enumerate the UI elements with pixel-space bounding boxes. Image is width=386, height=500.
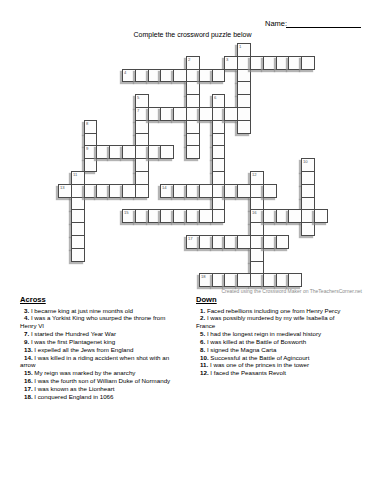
cell-r18c17[interactable] <box>276 273 290 287</box>
down-clue-5: 5. I had the longest reign in medieval h… <box>196 330 384 338</box>
cell-number-8: 8 <box>86 121 88 125</box>
cell-r8c7[interactable] <box>148 145 162 159</box>
cell-r1c18[interactable] <box>288 56 302 70</box>
clue-number: 18. <box>24 393 33 400</box>
clue-number: 16. <box>24 377 33 384</box>
clue-line: 9. I was the first Plantagenet king <box>20 338 212 346</box>
cell-r11c3[interactable] <box>96 184 110 198</box>
cell-r3c14[interactable] <box>237 81 251 95</box>
cell-r10c1[interactable]: 11 <box>71 171 85 185</box>
cell-r8c5[interactable] <box>122 145 136 159</box>
cell-r11c13[interactable] <box>224 184 238 198</box>
clue-line: 18. I conquered England in 1066 <box>20 393 212 401</box>
cell-number-12: 12 <box>252 172 257 176</box>
clue-number: 7. <box>24 330 29 337</box>
cell-r17c15[interactable] <box>250 261 264 275</box>
clue-line: 11. I was one of the princes in the towe… <box>196 361 384 369</box>
cell-r16c15[interactable] <box>250 248 264 262</box>
cell-number-18: 18 <box>201 274 206 278</box>
down-clue-10: 10. Successful at the Battle of Agincour… <box>196 354 384 362</box>
across-clue-18: 18. I conquered England in 1066 <box>20 393 212 401</box>
cell-r10c12[interactable] <box>212 171 226 185</box>
cell-r6c10[interactable] <box>186 120 200 134</box>
cell-r14c15[interactable] <box>250 222 264 236</box>
cell-r5c10[interactable] <box>186 107 200 121</box>
cell-r6c6[interactable] <box>135 120 149 134</box>
cell-number-9: 9 <box>86 146 88 150</box>
cell-r11c14[interactable] <box>237 184 251 198</box>
cell-r13c18[interactable] <box>288 209 302 223</box>
down-clue-6: 6. I was killed at the Battle of Boswort… <box>196 338 384 346</box>
cell-r2c8[interactable] <box>160 69 174 83</box>
cell-r13c20[interactable] <box>314 209 328 223</box>
cell-r15c1[interactable] <box>71 235 85 249</box>
clue-number: 9. <box>24 338 29 345</box>
across-clues-section: Across 3. I became king at just nine mon… <box>20 295 212 401</box>
clue-number: 5. <box>200 330 205 337</box>
clue-line: 5. I had the longest reign in medieval h… <box>196 330 384 338</box>
cell-r15c13[interactable] <box>224 235 238 249</box>
cell-r12c15[interactable] <box>250 197 264 211</box>
clue-line: 1. Faced rebellions including one from H… <box>196 307 384 315</box>
clue-number: 4. <box>24 314 29 321</box>
cell-r13c5[interactable]: 15 <box>122 209 136 223</box>
across-heading: Across <box>20 295 212 304</box>
cell-r8c8[interactable] <box>160 145 174 159</box>
cell-r11c4[interactable] <box>109 184 123 198</box>
cell-r9c12[interactable] <box>212 158 226 172</box>
down-clue-11: 11. I was one of the princes in the towe… <box>196 361 384 369</box>
clue-line: France <box>196 322 384 330</box>
cell-r8c3[interactable] <box>96 145 110 159</box>
down-clue-list: 1. Faced rebellions including one from H… <box>196 307 384 378</box>
clue-line: 4. I was a Yorkist King who usurped the … <box>20 314 212 322</box>
clue-number: 8. <box>200 346 205 353</box>
cell-r1c15[interactable] <box>250 56 264 70</box>
clue-line: 8. I signed the Magna Carta <box>196 346 384 354</box>
cell-r15c12[interactable] <box>212 235 226 249</box>
cell-r6c12[interactable] <box>212 120 226 134</box>
cell-r13c15[interactable]: 16 <box>250 209 264 223</box>
cell-r0c14[interactable]: 1 <box>237 43 251 57</box>
cell-r6c14[interactable] <box>237 120 251 134</box>
cell-r15c15[interactable] <box>250 235 264 249</box>
clue-line: 6. I was killed at the Battle of Boswort… <box>196 338 384 346</box>
cell-r2c11[interactable] <box>199 69 213 83</box>
down-clue-12: 12. I faced the Peasants Revolt <box>196 369 384 377</box>
clue-line: 3. I became king at just nine months old <box>20 307 212 315</box>
cell-r13c16[interactable] <box>263 209 277 223</box>
cell-r1c13[interactable]: 3 <box>224 56 238 70</box>
across-clue-16: 16. I was the fourth son of William Duke… <box>20 377 212 385</box>
clue-number: 11. <box>200 361 208 368</box>
down-clue-1: 1. Faced rebellions including one from H… <box>196 307 384 315</box>
cell-r13c10[interactable] <box>186 209 200 223</box>
cell-r14c19[interactable] <box>301 222 315 236</box>
cell-r1c10[interactable]: 2 <box>186 56 200 70</box>
cell-r10c19[interactable] <box>301 171 315 185</box>
clue-number: 2. <box>200 314 205 321</box>
clue-number: 10. <box>200 354 209 361</box>
cell-r15c11[interactable] <box>199 235 213 249</box>
name-label: Name: <box>265 19 287 28</box>
cell-r18c11[interactable]: 18 <box>199 273 213 287</box>
cell-r2c6[interactable] <box>135 69 149 83</box>
cell-number-13: 13 <box>60 185 65 189</box>
cell-r11c2[interactable] <box>84 184 98 198</box>
page-title: Complete the crossword puzzle below <box>58 31 327 38</box>
down-clue-8: 8. I signed the Magna Carta <box>196 346 384 354</box>
cell-r5c8[interactable] <box>160 107 174 121</box>
cell-r2c14[interactable] <box>237 69 251 83</box>
cell-r8c10[interactable] <box>186 145 200 159</box>
clue-number: 1. <box>200 307 205 314</box>
clue-line: 2. I was possibly murdered by my wife Is… <box>196 314 384 322</box>
cell-r1c17[interactable] <box>276 56 290 70</box>
clue-number: 6. <box>200 338 205 345</box>
across-clue-14: 14. I was killed in a riding accident wh… <box>20 354 212 370</box>
across-clue-list: 3. I became king at just nine months old… <box>20 307 212 401</box>
cell-r12c12[interactable] <box>212 197 226 211</box>
cell-r11c1[interactable] <box>71 184 85 198</box>
cell-r8c12[interactable] <box>212 145 226 159</box>
cell-number-6: 6 <box>214 95 216 99</box>
clue-line: 12. I faced the Peasants Revolt <box>196 369 384 377</box>
cell-r11c5[interactable] <box>122 184 136 198</box>
clue-line: 15. My reign was marked by the anarchy <box>20 369 212 377</box>
cell-r13c17[interactable] <box>276 209 290 223</box>
cell-r18c13[interactable] <box>224 273 238 287</box>
cell-number-1: 1 <box>239 44 241 48</box>
cell-r2c9[interactable] <box>173 69 187 83</box>
cell-r1c14[interactable] <box>237 56 251 70</box>
cell-r13c9[interactable] <box>173 209 187 223</box>
cell-r13c8[interactable] <box>160 209 174 223</box>
cell-r15c17[interactable] <box>276 235 290 249</box>
cell-r7c6[interactable] <box>135 133 149 147</box>
cell-r13c12[interactable] <box>212 209 226 223</box>
cell-r5c13[interactable] <box>224 107 238 121</box>
down-clue-2: 2. I was possibly murdered by my wife Is… <box>196 314 384 330</box>
cell-r4c12[interactable]: 6 <box>212 94 226 108</box>
cell-number-15: 15 <box>124 210 129 214</box>
cell-r5c12[interactable] <box>212 107 226 121</box>
cell-r11c11[interactable] <box>199 184 213 198</box>
name-input-line[interactable] <box>286 27 361 28</box>
cell-r13c11[interactable] <box>199 209 213 223</box>
cell-number-17: 17 <box>188 236 193 240</box>
cell-r16c1[interactable] <box>71 248 85 262</box>
cell-number-4: 4 <box>124 70 126 74</box>
worksheet-page: Name: Complete the crossword puzzle belo… <box>0 0 386 500</box>
clue-line: 17. I was known as the Lionheart <box>20 385 212 393</box>
cell-r4c10[interactable] <box>186 94 200 108</box>
cell-r18c16[interactable] <box>263 273 277 287</box>
cell-r4c14[interactable] <box>237 94 251 108</box>
cell-r12c1[interactable] <box>71 197 85 211</box>
cell-r11c19[interactable] <box>301 184 315 198</box>
cell-r2c5[interactable]: 4 <box>122 69 136 83</box>
clue-line: arrow <box>20 361 212 369</box>
clue-line: Henry VI <box>20 322 212 330</box>
cell-r4c6[interactable]: 5 <box>135 94 149 108</box>
cell-r11c6[interactable] <box>135 184 149 198</box>
cell-r13c7[interactable] <box>148 209 162 223</box>
across-clue-3: 3. I became king at just nine months old <box>20 307 212 315</box>
across-clue-17: 17. I was known as the Lionheart <box>20 385 212 393</box>
cell-r7c10[interactable] <box>186 133 200 147</box>
clue-number: 12. <box>200 369 209 376</box>
clue-number: 13. <box>24 346 33 353</box>
cell-r11c8[interactable]: 14 <box>160 184 174 198</box>
cell-r11c12[interactable] <box>212 184 226 198</box>
across-clue-9: 9. I was the first Plantagenet king <box>20 338 212 346</box>
cell-r9c6[interactable] <box>135 158 149 172</box>
cell-number-14: 14 <box>162 185 167 189</box>
attribution-text: Created using the Crossword Maker on The… <box>160 288 362 294</box>
cell-r18c14[interactable] <box>237 273 251 287</box>
cell-r5c6[interactable]: 7 <box>135 107 149 121</box>
cell-number-7: 7 <box>137 108 139 112</box>
cell-number-10: 10 <box>303 159 308 163</box>
crossword-grid: 123457689101112161314151718 <box>58 43 328 288</box>
cell-r2c12[interactable] <box>212 69 226 83</box>
cell-r11c10[interactable] <box>186 184 200 198</box>
cell-r18c12[interactable] <box>212 273 226 287</box>
cell-r15c14[interactable] <box>237 235 251 249</box>
cell-r7c2[interactable] <box>84 133 98 147</box>
cell-r15c16[interactable] <box>263 235 277 249</box>
cell-number-2: 2 <box>188 57 190 61</box>
cell-r11c15[interactable] <box>250 184 264 198</box>
cell-r11c0[interactable]: 13 <box>58 184 72 198</box>
across-clue-15: 15. My reign was marked by the anarchy <box>20 369 212 377</box>
clue-number: 3. <box>24 307 29 314</box>
across-clue-7: 7. I started the Hundred Year War <box>20 330 212 338</box>
across-clue-13: 13. I expelled all the Jews from England <box>20 346 212 354</box>
clue-line: 7. I started the Hundred Year War <box>20 330 212 338</box>
cell-number-16: 16 <box>252 210 257 214</box>
cell-r14c1[interactable] <box>71 222 85 236</box>
cell-number-5: 5 <box>137 95 139 99</box>
cell-r8c4[interactable] <box>109 145 123 159</box>
cell-r1c16[interactable] <box>263 56 277 70</box>
cell-r13c19[interactable] <box>301 209 315 223</box>
cell-r12c19[interactable] <box>301 197 315 211</box>
down-heading: Down <box>196 295 384 304</box>
cell-r8c6[interactable] <box>135 145 149 159</box>
across-clue-4: 4. I was a Yorkist King who usurped the … <box>20 314 212 330</box>
cell-r1c19[interactable] <box>301 56 315 70</box>
clue-number: 14. <box>24 354 33 361</box>
cell-r11c9[interactable] <box>173 184 187 198</box>
cell-r7c12[interactable] <box>212 133 226 147</box>
cell-r15c10[interactable]: 17 <box>186 235 200 249</box>
cell-r5c9[interactable] <box>173 107 187 121</box>
cell-r10c15[interactable]: 12 <box>250 171 264 185</box>
cell-r18c18[interactable] <box>288 273 302 287</box>
cell-r5c14[interactable] <box>237 107 251 121</box>
cell-r2c7[interactable] <box>148 69 162 83</box>
clue-line: 14. I was killed in a riding accident wh… <box>20 354 212 362</box>
clue-line: 16. I was the fourth son of William Duke… <box>20 377 212 385</box>
down-clues-section: Down 1. Faced rebellions including one f… <box>196 295 384 377</box>
cell-r13c6[interactable] <box>135 209 149 223</box>
cell-r3c10[interactable] <box>186 81 200 95</box>
cell-r8c2[interactable]: 9 <box>84 145 98 159</box>
clue-line: 10. Successful at the Battle of Agincour… <box>196 354 384 362</box>
cell-r6c2[interactable]: 8 <box>84 120 98 134</box>
clue-line: 13. I expelled all the Jews from England <box>20 346 212 354</box>
clue-number: 15. <box>24 369 33 376</box>
cell-r5c7[interactable] <box>148 107 162 121</box>
cell-r2c10[interactable] <box>186 69 200 83</box>
cell-number-3: 3 <box>226 57 228 61</box>
cell-number-11: 11 <box>73 172 77 176</box>
cell-r11c16[interactable] <box>263 184 277 198</box>
cell-r13c1[interactable] <box>71 209 85 223</box>
cell-r10c6[interactable] <box>135 171 149 185</box>
cell-r5c11[interactable] <box>199 107 213 121</box>
cell-r9c19[interactable]: 10 <box>301 158 315 172</box>
clue-number: 17. <box>24 385 33 392</box>
cell-r9c2[interactable] <box>84 158 98 172</box>
cell-r18c15[interactable] <box>250 273 264 287</box>
